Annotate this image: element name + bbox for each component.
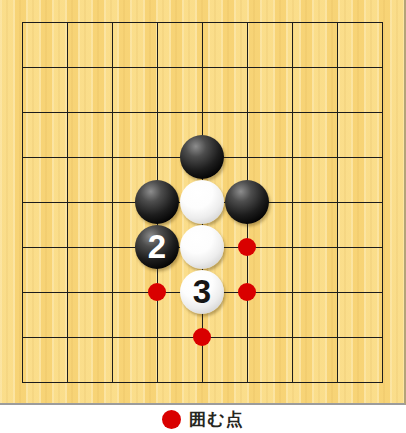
grid-line: [382, 22, 383, 383]
stone-number: 2: [148, 230, 166, 263]
black-stone[interactable]: [225, 180, 269, 224]
grid-line: [22, 382, 383, 383]
liberty-mark[interactable]: [148, 283, 166, 301]
liberty-mark[interactable]: [238, 238, 256, 256]
white-stone[interactable]: [180, 180, 224, 224]
legend: 囲む点: [0, 405, 406, 433]
grid-line: [292, 22, 293, 383]
liberty-mark[interactable]: [238, 283, 256, 301]
go-lesson-diagram: 23 囲む点: [0, 0, 406, 433]
stone-number: 3: [193, 275, 211, 308]
red-dot-icon: [162, 410, 181, 429]
white-stone[interactable]: [180, 225, 224, 269]
legend-label: 囲む点: [189, 408, 243, 431]
go-board[interactable]: 23: [0, 0, 406, 405]
black-stone[interactable]: [180, 135, 224, 179]
liberty-mark[interactable]: [193, 328, 211, 346]
black-stone[interactable]: [135, 180, 179, 224]
grid-line: [337, 22, 338, 383]
black-stone-2[interactable]: 2: [135, 225, 179, 269]
white-stone-3[interactable]: 3: [180, 270, 224, 314]
